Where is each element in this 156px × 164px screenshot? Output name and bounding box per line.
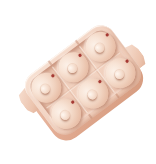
vent-dot	[70, 100, 74, 104]
vent-dot	[97, 80, 101, 84]
rim-notch-tick	[115, 94, 119, 99]
tray-top-rim	[19, 19, 147, 140]
dome-nipple	[86, 89, 99, 102]
dome-nipple	[39, 83, 52, 96]
dome-nipple	[93, 42, 106, 55]
dome-nipple	[58, 109, 71, 122]
vent-dot	[78, 54, 82, 58]
rim-notch-tick	[88, 114, 92, 119]
dome-nipple	[113, 68, 126, 81]
rim-notch-tick	[75, 40, 79, 45]
rim-notch-tick	[48, 61, 52, 66]
dome-nipple	[66, 63, 79, 76]
ice-mold-tray	[19, 19, 147, 140]
vent-dot	[50, 74, 54, 78]
vent-dot	[105, 33, 109, 37]
photo-canvas	[0, 0, 156, 164]
vent-dot	[125, 59, 129, 63]
